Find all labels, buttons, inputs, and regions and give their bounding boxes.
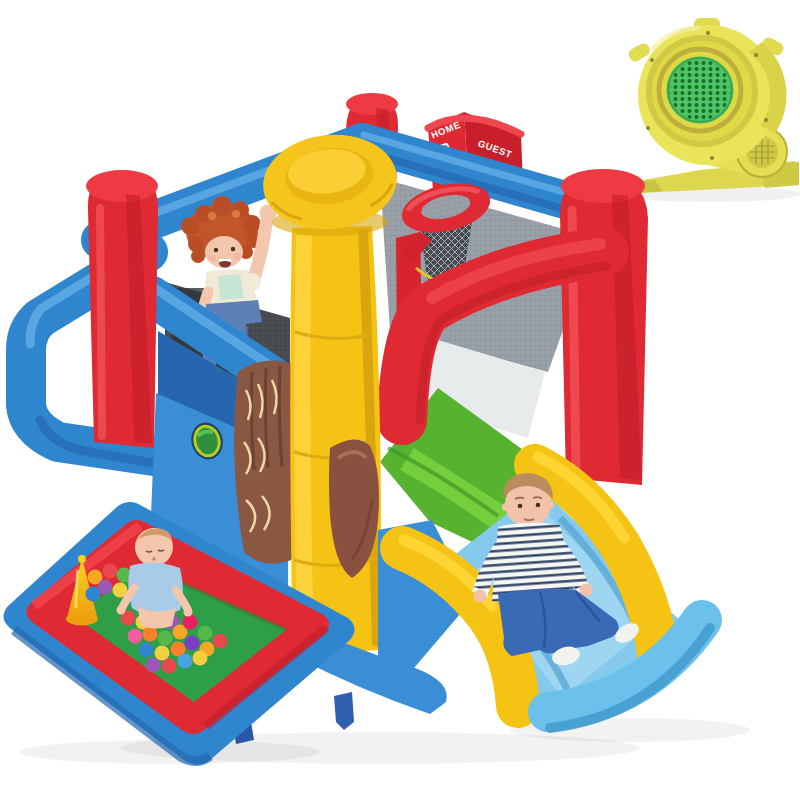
anchor-strap [334,692,354,730]
product-photo: HOME GUEST [0,0,800,800]
air-blower [626,18,799,193]
baseball-glove [234,360,296,563]
front-left-column [86,170,158,448]
right-column [560,169,648,485]
bounce-house-scene: HOME GUEST [0,0,800,800]
